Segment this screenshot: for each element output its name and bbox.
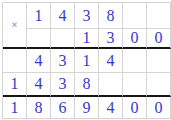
digit-cell-r3c5: 4 (99, 49, 123, 73)
empty-cell-r1c6 (123, 3, 147, 29)
digit-cell-r3c2: 4 (27, 49, 51, 73)
digit-cell-r5c5: 4 (99, 97, 123, 119)
digit-cell-r5c6: 0 (123, 97, 147, 119)
digit-cell-r1c3: 4 (51, 3, 75, 29)
digit-cell-r5c3: 6 (51, 97, 75, 119)
digit-cell-r2c4: 1 (75, 29, 99, 49)
empty-cell-r3c1 (3, 49, 27, 73)
digit-cell-r5c1: 1 (3, 97, 27, 119)
digit-cell-r4c1: 1 (3, 73, 27, 97)
digit-cell-r5c7: 0 (147, 97, 171, 119)
empty-cell-r2c2 (27, 29, 51, 49)
empty-cell-r1c7 (147, 3, 171, 29)
multiply-sign: × (3, 3, 27, 49)
digit-cell-r4c3: 3 (51, 73, 75, 97)
digit-cell-r3c4: 1 (75, 49, 99, 73)
empty-cell-r3c6 (123, 49, 147, 73)
digit-cell-r2c5: 3 (99, 29, 123, 49)
digit-cell-r1c2: 1 (27, 3, 51, 29)
digit-cell-r1c4: 3 (75, 3, 99, 29)
empty-cell-r4c6 (123, 73, 147, 97)
digit-cell-r3c3: 3 (51, 49, 75, 73)
empty-cell-r3c7 (147, 49, 171, 73)
multiplication-grid: ×14381300431414381869400 (2, 2, 171, 119)
empty-cell-r4c7 (147, 73, 171, 97)
digit-cell-r5c4: 9 (75, 97, 99, 119)
digit-cell-r5c2: 8 (27, 97, 51, 119)
digit-cell-r4c4: 8 (75, 73, 99, 97)
empty-cell-r2c3 (51, 29, 75, 49)
digit-cell-r1c5: 8 (99, 3, 123, 29)
digit-cell-r2c6: 0 (123, 29, 147, 49)
empty-cell-r4c5 (99, 73, 123, 97)
digit-cell-r4c2: 4 (27, 73, 51, 97)
digit-cell-r2c7: 0 (147, 29, 171, 49)
worksheet: ×14381300431414381869400 (0, 0, 171, 120)
